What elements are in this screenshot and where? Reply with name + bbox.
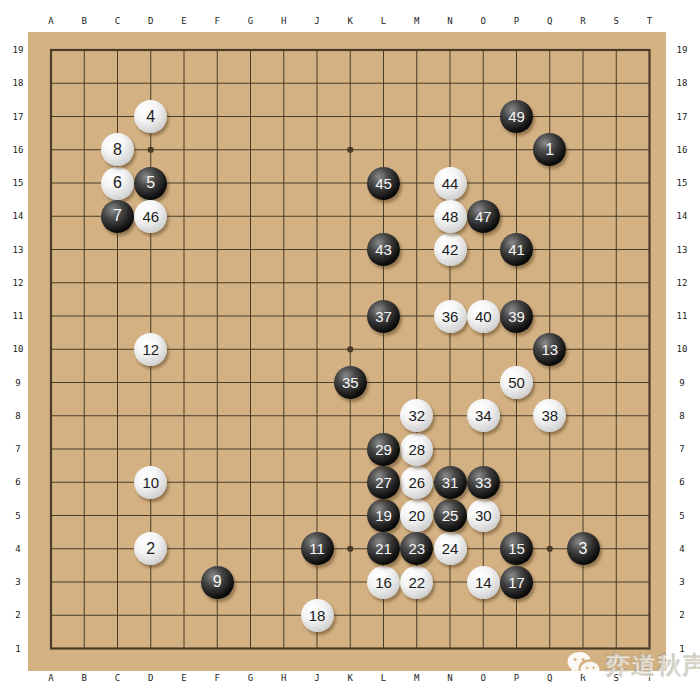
col-label-bottom-M: M — [414, 673, 419, 683]
stone-black-47-O14[interactable]: 47 — [467, 200, 500, 233]
row-label-right-14: 14 — [677, 211, 688, 221]
row-label-right-11: 11 — [677, 311, 688, 321]
row-label-right-15: 15 — [677, 178, 688, 188]
col-label-bottom-A: A — [48, 673, 53, 683]
stone-white-4-D17[interactable]: 4 — [134, 100, 167, 133]
stone-white-32-M8[interactable]: 32 — [400, 399, 433, 432]
stone-black-17-P3[interactable]: 17 — [500, 566, 533, 599]
stone-white-44-N15[interactable]: 44 — [434, 167, 467, 200]
col-label-top-S: S — [614, 16, 619, 26]
stone-black-9-F3[interactable]: 9 — [201, 566, 234, 599]
stone-white-16-L3[interactable]: 16 — [367, 566, 400, 599]
stone-white-24-N4[interactable]: 24 — [434, 532, 467, 565]
col-label-top-O: O — [481, 16, 486, 26]
row-label-right-13: 13 — [677, 245, 688, 255]
stone-black-39-P11[interactable]: 39 — [500, 300, 533, 333]
stone-white-20-M5[interactable]: 20 — [400, 499, 433, 532]
row-label-right-18: 18 — [677, 78, 688, 88]
stone-black-37-L11[interactable]: 37 — [367, 300, 400, 333]
col-label-bottom-Q: Q — [547, 673, 552, 683]
col-label-top-B: B — [82, 16, 87, 26]
row-label-right-16: 16 — [677, 145, 688, 155]
row-label-left-9: 9 — [15, 378, 20, 388]
row-label-left-10: 10 — [13, 344, 24, 354]
stone-white-50-P9[interactable]: 50 — [500, 366, 533, 399]
col-label-top-D: D — [148, 16, 153, 26]
stone-black-21-L4[interactable]: 21 — [367, 532, 400, 565]
row-label-left-18: 18 — [13, 78, 24, 88]
col-label-bottom-F: F — [215, 673, 220, 683]
stone-black-19-L5[interactable]: 19 — [367, 499, 400, 532]
row-label-left-4: 4 — [15, 544, 20, 554]
row-label-right-2: 2 — [679, 610, 684, 620]
stone-black-43-L13[interactable]: 43 — [367, 233, 400, 266]
row-label-right-1: 1 — [679, 644, 684, 654]
stone-white-28-M7[interactable]: 28 — [400, 433, 433, 466]
row-label-right-9: 9 — [679, 378, 684, 388]
stone-black-23-M4[interactable]: 23 — [400, 532, 433, 565]
row-label-left-17: 17 — [13, 112, 24, 122]
col-label-bottom-P: P — [514, 673, 519, 683]
col-label-top-P: P — [514, 16, 519, 26]
col-label-bottom-S: S — [614, 673, 619, 683]
stone-white-14-O3[interactable]: 14 — [467, 566, 500, 599]
row-label-right-7: 7 — [679, 444, 684, 454]
row-label-left-6: 6 — [15, 477, 20, 487]
stone-black-25-N5[interactable]: 25 — [434, 499, 467, 532]
row-label-right-10: 10 — [677, 344, 688, 354]
row-label-right-6: 6 — [679, 477, 684, 487]
stone-black-11-J4[interactable]: 11 — [301, 532, 334, 565]
stone-white-38-Q8[interactable]: 38 — [533, 399, 566, 432]
stone-white-34-O8[interactable]: 34 — [467, 399, 500, 432]
row-label-left-8: 8 — [15, 411, 20, 421]
stone-white-48-N14[interactable]: 48 — [434, 200, 467, 233]
stone-white-10-D6[interactable]: 10 — [134, 466, 167, 499]
row-label-right-8: 8 — [679, 411, 684, 421]
stone-black-41-P13[interactable]: 41 — [500, 233, 533, 266]
stone-black-31-N6[interactable]: 31 — [434, 466, 467, 499]
row-label-left-5: 5 — [15, 511, 20, 521]
stone-white-18-J2[interactable]: 18 — [301, 599, 334, 632]
col-label-bottom-G: G — [248, 673, 253, 683]
col-label-bottom-B: B — [82, 673, 87, 683]
stone-black-5-D15[interactable]: 5 — [134, 167, 167, 200]
row-label-right-5: 5 — [679, 511, 684, 521]
stone-black-13-Q10[interactable]: 13 — [533, 333, 566, 366]
col-label-top-M: M — [414, 16, 419, 26]
go-game-diagram: AABBCCDDEEFFGGHHJJKKLLMMNNOOPPQQRRSSTT19… — [0, 0, 700, 700]
stone-white-42-N13[interactable]: 42 — [434, 233, 467, 266]
col-label-bottom-O: O — [481, 673, 486, 683]
row-label-left-3: 3 — [15, 577, 20, 587]
row-label-left-2: 2 — [15, 610, 20, 620]
stone-white-30-O5[interactable]: 30 — [467, 499, 500, 532]
stone-white-36-N11[interactable]: 36 — [434, 300, 467, 333]
stone-white-12-D10[interactable]: 12 — [134, 333, 167, 366]
col-label-bottom-N: N — [447, 673, 452, 683]
stone-black-15-P4[interactable]: 15 — [500, 532, 533, 565]
row-label-left-14: 14 — [13, 211, 24, 221]
row-label-left-12: 12 — [13, 278, 24, 288]
col-label-bottom-E: E — [181, 673, 186, 683]
stone-white-8-C16[interactable]: 8 — [101, 133, 134, 166]
stone-white-40-O11[interactable]: 40 — [467, 300, 500, 333]
col-label-top-E: E — [181, 16, 186, 26]
stone-white-6-C15[interactable]: 6 — [101, 167, 134, 200]
col-label-top-H: H — [281, 16, 286, 26]
row-label-right-3: 3 — [679, 577, 684, 587]
col-label-bottom-H: H — [281, 673, 286, 683]
col-label-top-F: F — [215, 16, 220, 26]
col-label-top-C: C — [115, 16, 120, 26]
row-label-right-19: 19 — [677, 45, 688, 55]
stone-white-26-M6[interactable]: 26 — [400, 466, 433, 499]
stone-black-7-C14[interactable]: 7 — [101, 200, 134, 233]
col-label-bottom-L: L — [381, 673, 386, 683]
stone-black-29-L7[interactable]: 29 — [367, 433, 400, 466]
stones-layer: 1234567891011121314151617181920212223242… — [34, 33, 666, 665]
stone-black-35-K9[interactable]: 35 — [334, 366, 367, 399]
stone-black-45-L15[interactable]: 45 — [367, 167, 400, 200]
stone-black-27-L6[interactable]: 27 — [367, 466, 400, 499]
col-label-bottom-R: R — [580, 673, 585, 683]
col-label-bottom-K: K — [348, 673, 353, 683]
stone-black-49-P17[interactable]: 49 — [500, 100, 533, 133]
col-label-bottom-J: J — [314, 673, 319, 683]
stone-white-22-M3[interactable]: 22 — [400, 566, 433, 599]
col-label-bottom-D: D — [148, 673, 153, 683]
col-label-top-R: R — [580, 16, 585, 26]
stone-white-2-D4[interactable]: 2 — [134, 532, 167, 565]
row-label-left-1: 1 — [15, 644, 20, 654]
row-label-left-13: 13 — [13, 245, 24, 255]
col-label-top-T: T — [647, 16, 652, 26]
col-label-bottom-C: C — [115, 673, 120, 683]
col-label-top-L: L — [381, 16, 386, 26]
col-label-top-G: G — [248, 16, 253, 26]
col-label-top-A: A — [48, 16, 53, 26]
col-label-top-K: K — [348, 16, 353, 26]
row-label-right-4: 4 — [679, 544, 684, 554]
row-label-left-7: 7 — [15, 444, 20, 454]
row-label-right-17: 17 — [677, 112, 688, 122]
row-label-left-16: 16 — [13, 145, 24, 155]
row-label-left-19: 19 — [13, 45, 24, 55]
col-label-top-J: J — [314, 16, 319, 26]
col-label-top-Q: Q — [547, 16, 552, 26]
stone-white-46-D14[interactable]: 46 — [134, 200, 167, 233]
row-label-left-11: 11 — [13, 311, 24, 321]
stone-black-3-R4[interactable]: 3 — [567, 532, 600, 565]
col-label-top-N: N — [447, 16, 452, 26]
row-label-left-15: 15 — [13, 178, 24, 188]
stone-black-1-Q16[interactable]: 1 — [533, 133, 566, 166]
row-label-right-12: 12 — [677, 278, 688, 288]
stone-black-33-O6[interactable]: 33 — [467, 466, 500, 499]
col-label-bottom-T: T — [647, 673, 652, 683]
